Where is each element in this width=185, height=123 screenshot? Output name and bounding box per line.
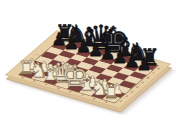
black-pawn-h7[interactable]: ♟ xyxy=(136,56,152,73)
chess-set-photo: abcdefgh 87654321 ♜♞♝♛♚♝♞♜♟♟♟♟♟♟♟♟♟♟♟♟♟♟… xyxy=(0,0,185,123)
white-rook-h1[interactable]: ♜ xyxy=(103,83,120,101)
